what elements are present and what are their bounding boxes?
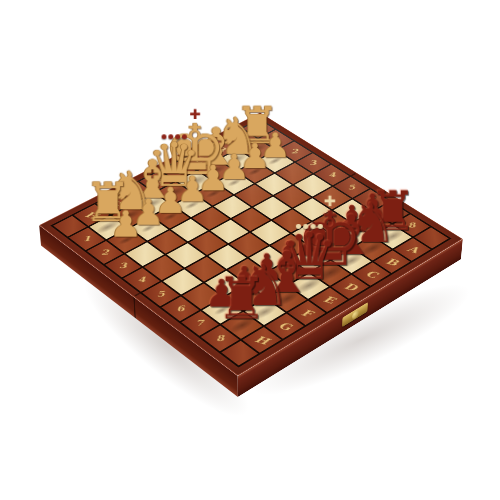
rank-label: 1 [272, 136, 280, 142]
rook-glyph: ♜ [194, 272, 290, 325]
file-label: C [192, 155, 206, 164]
file-label: F [129, 188, 143, 197]
file-label: E [150, 177, 164, 186]
file-label: B [212, 144, 227, 153]
product-photo: HGFEDCBA1122334455667788HGFEDCBA ♜♞♝♛✚♚♝… [0, 0, 500, 500]
fold-seam-side [133, 297, 135, 319]
chess-board-box: HGFEDCBA1122334455667788HGFEDCBA ♜♞♝♛✚♚♝… [39, 112, 463, 375]
rank-label: 2 [290, 148, 298, 154]
rank-label: 3 [309, 160, 317, 166]
pawn-glyph: ♟ [81, 207, 172, 240]
file-label: D [171, 166, 186, 175]
perspective-stage: HGFEDCBA1122334455667788HGFEDCBA ♜♞♝♛✚♚♝… [0, 0, 500, 500]
file-label: A [233, 134, 247, 143]
rank-label: 4 [328, 172, 336, 179]
